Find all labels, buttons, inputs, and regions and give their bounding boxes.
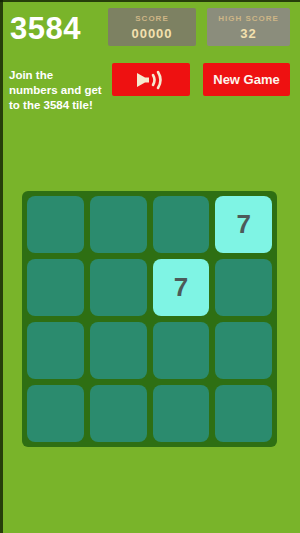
new-game-button[interactable]: New Game xyxy=(203,63,290,96)
board-cell-empty xyxy=(215,322,272,379)
tile-7: 7 xyxy=(153,259,210,316)
screen-left-edge xyxy=(0,0,3,533)
screen-top-edge xyxy=(0,0,300,2)
intro-part2: tile! xyxy=(69,99,93,111)
score-value: 00000 xyxy=(108,23,196,41)
board-cell-empty xyxy=(153,196,210,253)
board-cell-empty xyxy=(27,259,84,316)
board-cell-empty xyxy=(215,259,272,316)
board-cell-empty xyxy=(27,385,84,442)
board-cell-empty xyxy=(153,385,210,442)
speaker-volume-icon xyxy=(134,68,168,92)
intro-text: Join the numbers and get to the 3584 til… xyxy=(9,68,103,113)
board-cell-empty xyxy=(90,196,147,253)
sound-button[interactable] xyxy=(112,63,190,96)
board-cell-empty xyxy=(27,196,84,253)
board-cell-empty xyxy=(153,322,210,379)
game-title: 3584 xyxy=(10,11,81,47)
board-cell-empty xyxy=(90,322,147,379)
intro-goal: 3584 xyxy=(44,99,70,111)
board-cell-empty xyxy=(27,322,84,379)
tile-7: 7 xyxy=(215,196,272,253)
board-cell-empty xyxy=(90,259,147,316)
board-cell-empty xyxy=(215,385,272,442)
high-score-box: HIGH SCORE 32 xyxy=(207,8,290,46)
score-box: SCORE 00000 xyxy=(108,8,196,46)
high-score-value: 32 xyxy=(207,23,290,41)
board-cell-empty xyxy=(90,385,147,442)
high-score-label: HIGH SCORE xyxy=(207,8,290,23)
score-label: SCORE xyxy=(108,8,196,23)
game-board[interactable]: 77 xyxy=(22,191,277,447)
